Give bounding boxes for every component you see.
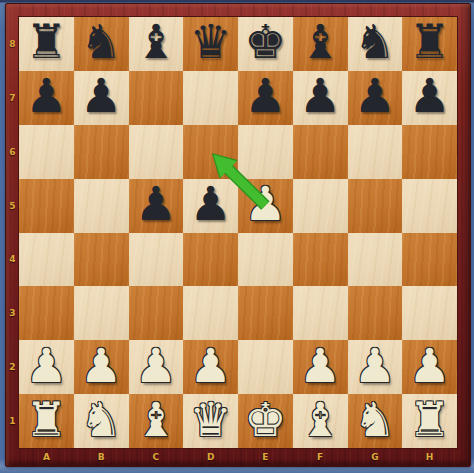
square-h7[interactable]: ♟: [402, 71, 457, 125]
square-d1[interactable]: ♛: [183, 394, 238, 448]
piece-black-knight-b8: ♞: [80, 18, 122, 65]
file-labels: ABCDEFGH: [19, 448, 457, 465]
square-h2[interactable]: ♟: [402, 340, 457, 394]
square-b6[interactable]: [74, 125, 129, 179]
file-label-a: A: [19, 448, 74, 465]
rank-label-2: 2: [6, 340, 19, 394]
square-d6[interactable]: [183, 125, 238, 179]
square-f3[interactable]: [293, 286, 348, 340]
piece-black-rook-a8: ♜: [25, 18, 67, 65]
square-a4[interactable]: [19, 233, 74, 287]
square-c7[interactable]: [129, 71, 184, 125]
piece-black-pawn-g7: ♟: [354, 72, 396, 119]
piece-white-pawn-c2: ♟: [135, 342, 177, 389]
square-a5[interactable]: [19, 179, 74, 233]
square-g6[interactable]: [348, 125, 403, 179]
square-g5[interactable]: [348, 179, 403, 233]
piece-white-bishop-c1: ♝: [135, 396, 177, 443]
square-e1[interactable]: ♚: [238, 394, 293, 448]
piece-white-rook-h1: ♜: [409, 396, 451, 443]
piece-white-knight-b1: ♞: [80, 396, 122, 443]
piece-black-pawn-e7: ♟: [244, 72, 286, 119]
square-d4[interactable]: [183, 233, 238, 287]
square-f8[interactable]: ♝: [293, 17, 348, 71]
square-f5[interactable]: [293, 179, 348, 233]
square-b5[interactable]: [74, 179, 129, 233]
piece-black-knight-g8: ♞: [354, 18, 396, 65]
square-g1[interactable]: ♞: [348, 394, 403, 448]
piece-white-pawn-h2: ♟: [409, 342, 451, 389]
square-h3[interactable]: [402, 286, 457, 340]
piece-white-rook-a1: ♜: [25, 396, 67, 443]
piece-black-rook-h8: ♜: [409, 18, 451, 65]
square-h4[interactable]: [402, 233, 457, 287]
piece-black-pawn-d5: ♟: [190, 180, 232, 227]
rank-label-5: 5: [6, 179, 19, 233]
file-label-g: G: [348, 448, 403, 465]
square-g3[interactable]: [348, 286, 403, 340]
square-b7[interactable]: ♟: [74, 71, 129, 125]
square-g4[interactable]: [348, 233, 403, 287]
square-b1[interactable]: ♞: [74, 394, 129, 448]
square-f6[interactable]: [293, 125, 348, 179]
square-c1[interactable]: ♝: [129, 394, 184, 448]
file-label-f: F: [293, 448, 348, 465]
square-b8[interactable]: ♞: [74, 17, 129, 71]
square-c3[interactable]: [129, 286, 184, 340]
piece-black-king-e8: ♚: [244, 18, 286, 65]
square-g2[interactable]: ♟: [348, 340, 403, 394]
square-f7[interactable]: ♟: [293, 71, 348, 125]
rank-label-6: 6: [6, 125, 19, 179]
piece-black-pawn-a7: ♟: [25, 72, 67, 119]
square-e8[interactable]: ♚: [238, 17, 293, 71]
square-c2[interactable]: ♟: [129, 340, 184, 394]
square-d2[interactable]: ♟: [183, 340, 238, 394]
square-e2[interactable]: [238, 340, 293, 394]
square-a6[interactable]: [19, 125, 74, 179]
square-c4[interactable]: [129, 233, 184, 287]
square-h5[interactable]: [402, 179, 457, 233]
square-a1[interactable]: ♜: [19, 394, 74, 448]
square-e5[interactable]: ♟: [238, 179, 293, 233]
piece-white-pawn-a2: ♟: [25, 342, 67, 389]
square-b2[interactable]: ♟: [74, 340, 129, 394]
chess-board: ♜♞♝♛♚♝♞♜♟♟♟♟♟♟♟♟♟♟♟♟♟♟♟♟♜♞♝♛♚♝♞♜: [19, 17, 457, 448]
piece-white-pawn-d2: ♟: [190, 342, 232, 389]
board-frame: 87654321 ABCDEFGH ♜♞♝♛♚♝♞♜♟♟♟♟♟♟♟♟♟♟♟♟♟♟…: [5, 3, 471, 467]
piece-white-pawn-e5: ♟: [244, 180, 286, 227]
square-c6[interactable]: [129, 125, 184, 179]
square-a3[interactable]: [19, 286, 74, 340]
piece-white-pawn-g2: ♟: [354, 342, 396, 389]
square-h6[interactable]: [402, 125, 457, 179]
square-b4[interactable]: [74, 233, 129, 287]
piece-black-queen-d8: ♛: [190, 18, 232, 65]
square-a2[interactable]: ♟: [19, 340, 74, 394]
rank-label-3: 3: [6, 286, 19, 340]
file-label-c: C: [129, 448, 184, 465]
square-a8[interactable]: ♜: [19, 17, 74, 71]
file-label-b: B: [74, 448, 129, 465]
piece-white-pawn-b2: ♟: [80, 342, 122, 389]
square-e3[interactable]: [238, 286, 293, 340]
square-g8[interactable]: ♞: [348, 17, 403, 71]
piece-black-pawn-b7: ♟: [80, 72, 122, 119]
square-e7[interactable]: ♟: [238, 71, 293, 125]
square-d8[interactable]: ♛: [183, 17, 238, 71]
file-label-h: H: [402, 448, 457, 465]
piece-black-pawn-c5: ♟: [135, 180, 177, 227]
rank-label-8: 8: [6, 17, 19, 71]
file-label-e: E: [238, 448, 293, 465]
square-c8[interactable]: ♝: [129, 17, 184, 71]
square-h1[interactable]: ♜: [402, 394, 457, 448]
piece-black-bishop-f8: ♝: [299, 18, 341, 65]
piece-white-knight-g1: ♞: [354, 396, 396, 443]
piece-white-queen-d1: ♛: [190, 396, 232, 443]
square-a7[interactable]: ♟: [19, 71, 74, 125]
piece-black-bishop-c8: ♝: [135, 18, 177, 65]
square-h8[interactable]: ♜: [402, 17, 457, 71]
square-c5[interactable]: ♟: [129, 179, 184, 233]
square-d7[interactable]: [183, 71, 238, 125]
piece-black-pawn-h7: ♟: [409, 72, 451, 119]
piece-white-pawn-f2: ♟: [299, 342, 341, 389]
square-d3[interactable]: [183, 286, 238, 340]
rank-label-4: 4: [6, 233, 19, 287]
square-e6[interactable]: [238, 125, 293, 179]
square-e4[interactable]: [238, 233, 293, 287]
square-g7[interactable]: ♟: [348, 71, 403, 125]
square-b3[interactable]: [74, 286, 129, 340]
square-f4[interactable]: [293, 233, 348, 287]
rank-label-7: 7: [6, 71, 19, 125]
rank-labels: 87654321: [6, 17, 19, 448]
piece-black-pawn-f7: ♟: [299, 72, 341, 119]
file-label-d: D: [183, 448, 238, 465]
piece-white-king-e1: ♚: [244, 396, 286, 443]
square-f2[interactable]: ♟: [293, 340, 348, 394]
square-f1[interactable]: ♝: [293, 394, 348, 448]
piece-white-bishop-f1: ♝: [299, 396, 341, 443]
square-d5[interactable]: ♟: [183, 179, 238, 233]
rank-label-1: 1: [6, 394, 19, 448]
chess-app-window: 87654321 ABCDEFGH ♜♞♝♛♚♝♞♜♟♟♟♟♟♟♟♟♟♟♟♟♟♟…: [0, 0, 474, 473]
